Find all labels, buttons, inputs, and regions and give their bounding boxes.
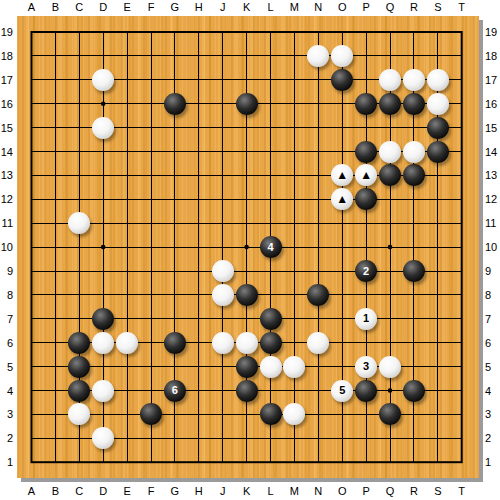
move-number-label: 5 bbox=[339, 385, 345, 396]
coord-label-row-2: 2 bbox=[0, 431, 13, 445]
stone-black-S14[interactable] bbox=[427, 141, 449, 163]
coord-label-row-15: 15 bbox=[485, 121, 500, 135]
coord-label-col-D: D bbox=[95, 484, 111, 498]
stone-white-S17[interactable] bbox=[427, 69, 449, 91]
coord-label-col-P: P bbox=[358, 0, 374, 14]
coord-label-row-5: 5 bbox=[485, 360, 500, 374]
triangle-mark: ▲ bbox=[336, 169, 348, 181]
coord-label-col-N: N bbox=[310, 484, 326, 498]
coord-label-col-L: L bbox=[263, 0, 279, 14]
move-number-label: 4 bbox=[267, 242, 273, 253]
coord-label-row-10: 10 bbox=[0, 240, 13, 254]
stone-white-J6[interactable] bbox=[212, 332, 234, 354]
coord-label-col-R: R bbox=[406, 0, 422, 14]
coord-label-col-B: B bbox=[47, 0, 63, 14]
coord-label-col-E: E bbox=[119, 0, 135, 14]
star-point bbox=[244, 245, 249, 250]
coord-label-row-12: 12 bbox=[0, 192, 13, 206]
coord-label-col-B: B bbox=[47, 484, 63, 498]
coord-label-col-F: F bbox=[143, 0, 159, 14]
coord-label-row-7: 7 bbox=[485, 312, 500, 326]
stone-black-K4[interactable] bbox=[236, 380, 258, 402]
coord-label-row-16: 16 bbox=[485, 97, 500, 111]
coord-label-row-8: 8 bbox=[0, 288, 13, 302]
board-surface[interactable]: 426▲▲▲135 bbox=[17, 16, 479, 478]
stone-black-C4[interactable] bbox=[68, 380, 90, 402]
coord-label-col-S: S bbox=[430, 484, 446, 498]
stone-white-K6[interactable] bbox=[236, 332, 258, 354]
stone-black-O17[interactable] bbox=[331, 69, 353, 91]
goban-diagram: 426▲▲▲135 ABCDEFGHJKLMNOPQRST ABCDEFGHJK… bbox=[0, 0, 500, 500]
coord-label-row-19: 19 bbox=[0, 25, 13, 39]
coord-label-col-K: K bbox=[239, 0, 255, 14]
stone-black-K8[interactable] bbox=[236, 284, 258, 306]
coord-label-row-2: 2 bbox=[485, 431, 500, 445]
coord-label-col-G: G bbox=[167, 484, 183, 498]
coord-label-row-3: 3 bbox=[485, 407, 500, 421]
stone-white-Q14[interactable] bbox=[379, 141, 401, 163]
stone-black-L6[interactable] bbox=[260, 332, 282, 354]
coord-label-col-A: A bbox=[24, 484, 40, 498]
coord-label-row-18: 18 bbox=[0, 49, 13, 63]
stone-black-S15[interactable] bbox=[427, 117, 449, 139]
coord-label-row-16: 16 bbox=[0, 97, 13, 111]
coord-label-row-6: 6 bbox=[485, 336, 500, 350]
stone-black-G4[interactable]: 6 bbox=[164, 380, 186, 402]
stone-white-M5[interactable] bbox=[283, 356, 305, 378]
coord-label-row-9: 9 bbox=[0, 264, 13, 278]
stone-black-C5[interactable] bbox=[68, 356, 90, 378]
coord-label-row-9: 9 bbox=[485, 264, 500, 278]
coord-label-row-13: 13 bbox=[0, 168, 13, 182]
coord-label-col-Q: Q bbox=[382, 484, 398, 498]
coord-label-row-4: 4 bbox=[485, 384, 500, 398]
coord-label-col-H: H bbox=[191, 0, 207, 14]
stone-black-L3[interactable] bbox=[260, 403, 282, 425]
coord-label-row-14: 14 bbox=[0, 145, 13, 159]
coord-label-col-K: K bbox=[239, 484, 255, 498]
stone-white-R17[interactable] bbox=[403, 69, 425, 91]
stone-black-P9[interactable]: 2 bbox=[355, 260, 377, 282]
coord-label-col-T: T bbox=[454, 0, 470, 14]
coord-label-col-E: E bbox=[119, 484, 135, 498]
coord-label-col-H: H bbox=[191, 484, 207, 498]
stone-white-O18[interactable] bbox=[331, 45, 353, 67]
stone-white-L5[interactable] bbox=[260, 356, 282, 378]
coord-label-col-M: M bbox=[286, 484, 302, 498]
coord-label-col-D: D bbox=[95, 0, 111, 14]
coord-label-col-O: O bbox=[334, 484, 350, 498]
stone-white-O4[interactable]: 5 bbox=[331, 380, 353, 402]
coord-label-col-G: G bbox=[167, 0, 183, 14]
coord-label-row-17: 17 bbox=[485, 73, 500, 87]
stone-white-N6[interactable] bbox=[307, 332, 329, 354]
coord-label-col-Q: Q bbox=[382, 0, 398, 14]
stone-white-S16[interactable] bbox=[427, 93, 449, 115]
stone-white-P5[interactable]: 3 bbox=[355, 356, 377, 378]
stone-white-Q5[interactable] bbox=[379, 356, 401, 378]
stone-black-C6[interactable] bbox=[68, 332, 90, 354]
stone-black-L10[interactable]: 4 bbox=[260, 236, 282, 258]
coord-label-row-13: 13 bbox=[485, 168, 500, 182]
triangle-mark: ▲ bbox=[360, 169, 372, 181]
coord-label-col-J: J bbox=[215, 0, 231, 14]
stone-black-R9[interactable] bbox=[403, 260, 425, 282]
coord-label-row-3: 3 bbox=[0, 407, 13, 421]
star-point bbox=[388, 245, 393, 250]
stone-black-R16[interactable] bbox=[403, 93, 425, 115]
triangle-mark: ▲ bbox=[336, 193, 348, 205]
move-number-label: 1 bbox=[363, 313, 369, 324]
stone-black-D7[interactable] bbox=[92, 308, 114, 330]
stone-white-D4[interactable] bbox=[92, 380, 114, 402]
coord-label-col-F: F bbox=[143, 484, 159, 498]
move-number-label: 2 bbox=[363, 266, 369, 277]
stone-white-Q17[interactable] bbox=[379, 69, 401, 91]
star-point bbox=[101, 245, 106, 250]
stone-white-E6[interactable] bbox=[116, 332, 138, 354]
stone-white-R14[interactable] bbox=[403, 141, 425, 163]
coord-label-col-R: R bbox=[406, 484, 422, 498]
star-point bbox=[101, 101, 106, 106]
coord-label-row-8: 8 bbox=[485, 288, 500, 302]
stone-white-J8[interactable] bbox=[212, 284, 234, 306]
stone-black-G16[interactable] bbox=[164, 93, 186, 115]
coord-label-row-12: 12 bbox=[485, 192, 500, 206]
stone-black-P16[interactable] bbox=[355, 93, 377, 115]
star-point bbox=[388, 388, 393, 393]
stone-black-L7[interactable] bbox=[260, 308, 282, 330]
move-number-label: 6 bbox=[172, 385, 178, 396]
coord-label-col-S: S bbox=[430, 0, 446, 14]
coord-label-row-5: 5 bbox=[0, 360, 13, 374]
coord-label-row-6: 6 bbox=[0, 336, 13, 350]
coord-label-row-7: 7 bbox=[0, 312, 13, 326]
coord-label-col-P: P bbox=[358, 484, 374, 498]
stone-white-P7[interactable]: 1 bbox=[355, 308, 377, 330]
stone-black-G6[interactable] bbox=[164, 332, 186, 354]
stone-black-K5[interactable] bbox=[236, 356, 258, 378]
coord-label-col-A: A bbox=[24, 0, 40, 14]
coord-label-row-1: 1 bbox=[485, 455, 500, 469]
coord-label-row-17: 17 bbox=[0, 73, 13, 87]
coord-label-row-10: 10 bbox=[485, 240, 500, 254]
coord-label-row-19: 19 bbox=[485, 25, 500, 39]
coord-label-row-1: 1 bbox=[0, 455, 13, 469]
stone-black-Q16[interactable] bbox=[379, 93, 401, 115]
coord-label-col-N: N bbox=[310, 0, 326, 14]
coord-label-col-T: T bbox=[454, 484, 470, 498]
stone-black-K16[interactable] bbox=[236, 93, 258, 115]
coord-label-col-C: C bbox=[71, 484, 87, 498]
coord-label-col-J: J bbox=[215, 484, 231, 498]
stone-white-J9[interactable] bbox=[212, 260, 234, 282]
stone-black-P4[interactable] bbox=[355, 380, 377, 402]
coord-label-row-14: 14 bbox=[485, 145, 500, 159]
coord-label-row-11: 11 bbox=[0, 216, 13, 230]
coord-label-row-4: 4 bbox=[0, 384, 13, 398]
move-number-label: 3 bbox=[363, 361, 369, 372]
coord-label-row-15: 15 bbox=[0, 121, 13, 135]
stone-white-D17[interactable] bbox=[92, 69, 114, 91]
stone-white-D6[interactable] bbox=[92, 332, 114, 354]
coord-label-row-18: 18 bbox=[485, 49, 500, 63]
coord-label-row-11: 11 bbox=[485, 216, 500, 230]
coord-label-col-C: C bbox=[71, 0, 87, 14]
stone-black-R4[interactable] bbox=[403, 380, 425, 402]
stone-white-D15[interactable] bbox=[92, 117, 114, 139]
coord-label-col-M: M bbox=[286, 0, 302, 14]
coord-label-col-O: O bbox=[334, 0, 350, 14]
stone-black-P14[interactable] bbox=[355, 141, 377, 163]
coord-label-col-L: L bbox=[263, 484, 279, 498]
